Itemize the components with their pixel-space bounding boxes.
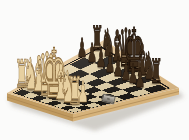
piece-black-pawn: ♟: [77, 35, 87, 62]
piece-white-rook: ♜: [67, 72, 81, 110]
pieces-layer: ♜♞♝♛♚♝♞♜♟♟♟♟♟♟♟♟♟♟♟♟♟♟♟♟♜♞♝♛♚♝♞♜: [0, 0, 189, 140]
piece-black-rook: ♜: [149, 55, 162, 89]
piece-black-pawn: ♟: [135, 65, 145, 92]
product-photo: ♜♞♝♛♚♝♞♜♟♟♟♟♟♟♟♟♟♟♟♟♟♟♟♟♜♞♝♛♚♝♞♜: [0, 0, 189, 140]
